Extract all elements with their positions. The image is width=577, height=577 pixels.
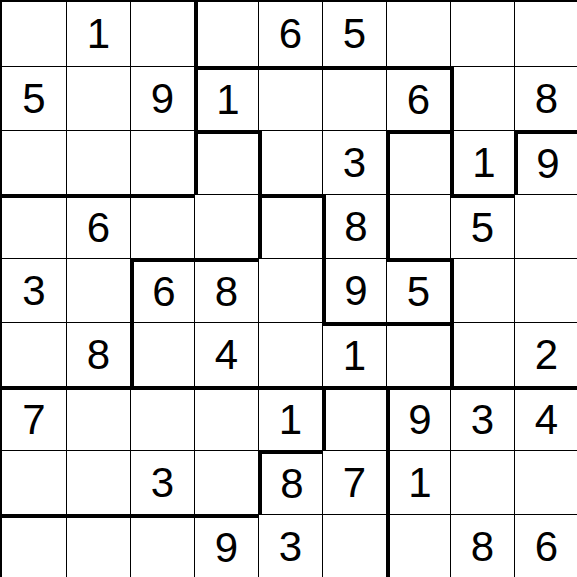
cell-r2c3[interactable]: 9 — [130, 66, 194, 130]
cell-r5c1[interactable]: 3 — [2, 258, 66, 322]
cell-r7c7[interactable]: 9 — [386, 386, 450, 450]
cell-r3c2[interactable] — [66, 130, 130, 194]
cell-r6c4[interactable]: 4 — [194, 322, 258, 386]
cell-r2c2[interactable] — [66, 66, 130, 130]
cell-r3c4[interactable] — [194, 130, 258, 194]
cell-r1c5[interactable]: 6 — [258, 2, 322, 66]
cell-r9c3[interactable] — [130, 514, 194, 577]
cell-r8c3[interactable]: 3 — [130, 450, 194, 514]
sudoku-board: 165591683196853689584127193438719386 — [0, 0, 577, 577]
page: 165591683196853689584127193438719386 — [0, 0, 577, 577]
cell-r7c8[interactable]: 3 — [450, 386, 514, 450]
cell-r3c5[interactable] — [258, 130, 322, 194]
cell-r5c3[interactable]: 6 — [130, 258, 194, 322]
cell-r7c2[interactable] — [66, 386, 130, 450]
cell-r7c1[interactable]: 7 — [2, 386, 66, 450]
cell-r6c9[interactable]: 2 — [514, 322, 577, 386]
cell-r4c7[interactable] — [386, 194, 450, 258]
cell-r8c6[interactable]: 7 — [322, 450, 386, 514]
cell-r3c3[interactable] — [130, 130, 194, 194]
cell-r8c7[interactable]: 1 — [386, 450, 450, 514]
cell-r1c3[interactable] — [130, 2, 194, 66]
cell-r4c5[interactable] — [258, 194, 322, 258]
cell-r1c9[interactable] — [514, 2, 577, 66]
cell-r6c8[interactable] — [450, 322, 514, 386]
cell-r8c8[interactable] — [450, 450, 514, 514]
cell-r7c6[interactable] — [322, 386, 386, 450]
cell-r1c8[interactable] — [450, 2, 514, 66]
cell-r8c5[interactable]: 8 — [258, 450, 322, 514]
cell-r4c8[interactable]: 5 — [450, 194, 514, 258]
cell-r8c2[interactable] — [66, 450, 130, 514]
cell-r3c6[interactable]: 3 — [322, 130, 386, 194]
cell-r8c9[interactable] — [514, 450, 577, 514]
cell-r6c1[interactable] — [2, 322, 66, 386]
cell-r1c6[interactable]: 5 — [322, 2, 386, 66]
cell-r9c1[interactable] — [2, 514, 66, 577]
cell-r7c3[interactable] — [130, 386, 194, 450]
cell-r9c4[interactable]: 9 — [194, 514, 258, 577]
cell-r2c7[interactable]: 6 — [386, 66, 450, 130]
cell-r4c9[interactable] — [514, 194, 577, 258]
cell-r5c9[interactable] — [514, 258, 577, 322]
cell-r4c2[interactable]: 6 — [66, 194, 130, 258]
cell-r5c4[interactable]: 8 — [194, 258, 258, 322]
cell-r6c2[interactable]: 8 — [66, 322, 130, 386]
cell-r5c8[interactable] — [450, 258, 514, 322]
cell-r1c4[interactable] — [194, 2, 258, 66]
cell-r3c9[interactable]: 9 — [514, 130, 577, 194]
cell-r9c8[interactable]: 8 — [450, 514, 514, 577]
cell-r2c1[interactable]: 5 — [2, 66, 66, 130]
cell-r7c4[interactable] — [194, 386, 258, 450]
cell-r4c1[interactable] — [2, 194, 66, 258]
cell-r2c5[interactable] — [258, 66, 322, 130]
cell-r4c6[interactable]: 8 — [322, 194, 386, 258]
cell-r1c7[interactable] — [386, 2, 450, 66]
cell-r8c1[interactable] — [2, 450, 66, 514]
cell-r9c9[interactable]: 6 — [514, 514, 577, 577]
cell-r9c2[interactable] — [66, 514, 130, 577]
cell-r5c2[interactable] — [66, 258, 130, 322]
cell-r4c3[interactable] — [130, 194, 194, 258]
cell-r2c8[interactable] — [450, 66, 514, 130]
cell-r9c5[interactable]: 3 — [258, 514, 322, 577]
cell-r8c4[interactable] — [194, 450, 258, 514]
cell-r3c7[interactable] — [386, 130, 450, 194]
cell-r3c1[interactable] — [2, 130, 66, 194]
cell-r7c9[interactable]: 4 — [514, 386, 577, 450]
cell-r6c5[interactable] — [258, 322, 322, 386]
cell-r6c7[interactable] — [386, 322, 450, 386]
cell-r9c6[interactable] — [322, 514, 386, 577]
cell-r6c3[interactable] — [130, 322, 194, 386]
cell-r5c7[interactable]: 5 — [386, 258, 450, 322]
cell-r3c8[interactable]: 1 — [450, 130, 514, 194]
cell-r2c6[interactable] — [322, 66, 386, 130]
cell-r4c4[interactable] — [194, 194, 258, 258]
cell-r6c6[interactable]: 1 — [322, 322, 386, 386]
cell-r5c5[interactable] — [258, 258, 322, 322]
cell-r5c6[interactable]: 9 — [322, 258, 386, 322]
cell-r7c5[interactable]: 1 — [258, 386, 322, 450]
cell-r1c1[interactable] — [2, 2, 66, 66]
cell-r2c9[interactable]: 8 — [514, 66, 577, 130]
cell-r2c4[interactable]: 1 — [194, 66, 258, 130]
cell-r1c2[interactable]: 1 — [66, 2, 130, 66]
cell-r9c7[interactable] — [386, 514, 450, 577]
